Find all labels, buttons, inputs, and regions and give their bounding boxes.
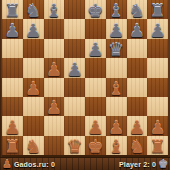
black-knight-piece: ♞ (129, 1, 145, 20)
square-f5[interactable] (106, 58, 127, 77)
player1-status: ♟ Gados.ru: 0 (2, 159, 55, 170)
square-h3[interactable] (147, 97, 168, 116)
square-d4[interactable] (64, 78, 85, 97)
black-queen-piece: ♛ (108, 40, 124, 59)
square-h6[interactable] (147, 39, 168, 58)
square-h7[interactable]: ♟ (147, 19, 168, 38)
white-pawn-piece: ♟ (46, 60, 62, 79)
square-a5[interactable] (2, 58, 23, 77)
black-pawn-piece: ♟ (129, 21, 145, 40)
white-pawn-piece: ♟ (150, 118, 166, 137)
white-knight-piece: ♞ (129, 137, 145, 156)
square-d7[interactable] (64, 19, 85, 38)
square-c3[interactable]: ♟ (44, 97, 65, 116)
square-e1[interactable]: ♚ (85, 136, 106, 155)
black-bishop-piece: ♝ (46, 1, 62, 20)
square-d2[interactable] (64, 116, 85, 135)
black-rook-piece: ♜ (150, 1, 166, 20)
square-e6[interactable]: ♟ (85, 39, 106, 58)
square-g2[interactable]: ♟ (127, 116, 148, 135)
board-frame: ♜♞♝♚♝♞♜♟♟♟♟♟♟♛♟♟♟♝♟♟♟♟♟♟♜♞♛♚♝♞♜ (0, 0, 170, 157)
black-pawn-piece: ♟ (67, 60, 83, 79)
square-f7[interactable]: ♟ (106, 19, 127, 38)
square-d1[interactable]: ♛ (64, 136, 85, 155)
square-c4[interactable] (44, 78, 65, 97)
square-b2[interactable] (23, 116, 44, 135)
square-h5[interactable] (147, 58, 168, 77)
status-bar: ♟ Gados.ru: 0 Player 2: 0 ♚ (0, 157, 170, 170)
square-a1[interactable]: ♜ (2, 136, 23, 155)
square-f8[interactable]: ♝ (106, 0, 127, 19)
white-queen-piece: ♛ (67, 137, 83, 156)
square-e8[interactable]: ♚ (85, 0, 106, 19)
square-b5[interactable] (23, 58, 44, 77)
player2-status: Player 2: 0 ♚ (119, 159, 168, 170)
white-pawn-piece: ♟ (129, 118, 145, 137)
square-f1[interactable]: ♝ (106, 136, 127, 155)
black-king-icon: ♚ (158, 159, 168, 170)
chess-app: ♜♞♝♚♝♞♜♟♟♟♟♟♟♛♟♟♟♝♟♟♟♟♟♟♜♞♛♚♝♞♜ ♟ Gados.… (0, 0, 170, 170)
white-pawn-piece: ♟ (4, 118, 20, 137)
square-e4[interactable] (85, 78, 106, 97)
square-g1[interactable]: ♞ (127, 136, 148, 155)
white-rook-piece: ♜ (4, 137, 20, 156)
player2-score-label: Player 2: 0 (119, 161, 156, 168)
white-bishop-piece: ♝ (108, 79, 124, 98)
black-knight-piece: ♞ (25, 1, 41, 20)
square-e7[interactable] (85, 19, 106, 38)
square-h4[interactable] (147, 78, 168, 97)
black-pawn-piece: ♟ (4, 21, 20, 40)
square-b4[interactable]: ♟ (23, 78, 44, 97)
square-a7[interactable]: ♟ (2, 19, 23, 38)
square-f2[interactable]: ♟ (106, 116, 127, 135)
square-e2[interactable]: ♟ (85, 116, 106, 135)
square-d5[interactable]: ♟ (64, 58, 85, 77)
square-c2[interactable] (44, 116, 65, 135)
black-pawn-piece: ♟ (108, 21, 124, 40)
square-b3[interactable] (23, 97, 44, 116)
black-pawn-piece: ♟ (25, 21, 41, 40)
square-d3[interactable] (64, 97, 85, 116)
black-king-piece: ♚ (87, 1, 103, 20)
white-knight-piece: ♞ (25, 137, 41, 156)
square-d6[interactable] (64, 39, 85, 58)
white-bishop-piece: ♝ (108, 137, 124, 156)
player1-score-label: Gados.ru: 0 (14, 161, 55, 168)
square-g6[interactable] (127, 39, 148, 58)
square-e5[interactable] (85, 58, 106, 77)
white-pawn-icon: ♟ (2, 159, 12, 170)
black-rook-piece: ♜ (4, 1, 20, 20)
square-b7[interactable]: ♟ (23, 19, 44, 38)
square-a4[interactable] (2, 78, 23, 97)
square-e3[interactable] (85, 97, 106, 116)
square-f3[interactable] (106, 97, 127, 116)
square-g7[interactable]: ♟ (127, 19, 148, 38)
square-a6[interactable] (2, 39, 23, 58)
square-f4[interactable]: ♝ (106, 78, 127, 97)
white-king-piece: ♚ (87, 137, 103, 156)
square-g8[interactable]: ♞ (127, 0, 148, 19)
square-c6[interactable] (44, 39, 65, 58)
square-b6[interactable] (23, 39, 44, 58)
square-h8[interactable]: ♜ (147, 0, 168, 19)
square-g3[interactable] (127, 97, 148, 116)
black-bishop-piece: ♝ (108, 1, 124, 20)
chess-board: ♜♞♝♚♝♞♜♟♟♟♟♟♟♛♟♟♟♝♟♟♟♟♟♟♜♞♛♚♝♞♜ (2, 0, 168, 157)
white-pawn-piece: ♟ (108, 118, 124, 137)
black-pawn-piece: ♟ (150, 21, 166, 40)
square-a2[interactable]: ♟ (2, 116, 23, 135)
square-a8[interactable]: ♜ (2, 0, 23, 19)
square-g5[interactable] (127, 58, 148, 77)
square-b8[interactable]: ♞ (23, 0, 44, 19)
square-c7[interactable] (44, 19, 65, 38)
white-pawn-piece: ♟ (46, 98, 62, 117)
square-b1[interactable]: ♞ (23, 136, 44, 155)
white-pawn-piece: ♟ (87, 118, 103, 137)
white-pawn-piece: ♟ (25, 79, 41, 98)
square-c8[interactable]: ♝ (44, 0, 65, 19)
square-h1[interactable]: ♜ (147, 136, 168, 155)
square-c5[interactable]: ♟ (44, 58, 65, 77)
square-d8[interactable] (64, 0, 85, 19)
white-rook-piece: ♜ (150, 137, 166, 156)
square-g4[interactable] (127, 78, 148, 97)
black-pawn-piece: ♟ (87, 40, 103, 59)
square-f6[interactable]: ♛ (106, 39, 127, 58)
square-h2[interactable]: ♟ (147, 116, 168, 135)
square-a3[interactable] (2, 97, 23, 116)
square-c1[interactable] (44, 136, 65, 155)
